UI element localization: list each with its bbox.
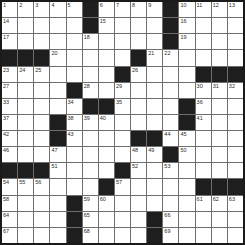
cell-r6c1[interactable] [18,99,33,114]
cell-r6c10[interactable] [163,99,178,114]
cell-r1c12[interactable] [196,18,211,33]
cell-r8c14[interactable] [228,131,243,146]
clue-number: 15 [100,18,106,25]
cell-r14c11[interactable] [179,228,194,243]
cell-r9c5[interactable] [83,147,98,162]
cell-r12c9[interactable] [147,196,162,211]
cell-r13c12[interactable] [196,212,211,227]
clue-number: 55 [19,179,25,186]
black-cell-r8c9 [147,131,162,146]
cell-r8c5[interactable] [83,131,98,146]
clue-number: 4 [51,2,54,9]
cell-r0c0[interactable]: 1 [2,2,17,17]
clue-number: 39 [84,115,90,122]
cell-r3c12[interactable] [196,50,211,65]
cell-r3c10[interactable]: 22 [163,50,178,65]
cell-r5c3[interactable] [50,83,65,98]
cell-r8c12[interactable] [196,131,211,146]
clue-number: 14 [3,18,9,25]
cell-r1c13[interactable] [212,18,227,33]
clue-number: 1 [3,2,6,9]
cell-r0c3[interactable]: 4 [50,2,65,17]
cell-r3c7[interactable] [115,50,130,65]
cell-r7c13[interactable] [212,115,227,130]
cell-r6c9[interactable] [147,99,162,114]
black-cell-r4c14 [228,67,243,82]
black-cell-r8c3 [50,131,65,146]
cell-r8c7[interactable] [115,131,130,146]
cell-r2c3[interactable] [50,34,65,49]
clue-number: 12 [213,2,219,9]
cell-r14c12[interactable] [196,228,211,243]
cell-r5c13[interactable]: 31 [212,83,227,98]
cell-r8c6[interactable] [99,131,114,146]
clue-number: 11 [197,2,203,9]
cell-r4c2[interactable]: 25 [34,67,49,82]
cell-r10c5[interactable] [83,163,98,178]
black-cell-r4c7 [115,67,130,82]
black-cell-r11c6 [99,179,114,194]
cell-r10c13[interactable] [212,163,227,178]
cell-r12c13[interactable]: 62 [212,196,227,211]
clue-number: 26 [132,67,138,74]
clue-number: 31 [213,83,219,90]
black-cell-r1c10 [163,18,178,33]
cell-r9c1[interactable] [18,147,33,162]
clue-number: 25 [35,67,41,74]
cell-r8c10[interactable]: 44 [163,131,178,146]
clue-number: 8 [132,2,135,9]
cell-r2c2[interactable] [34,34,49,49]
cell-r13c8[interactable] [131,212,146,227]
cell-r3c6[interactable] [99,50,114,65]
cell-r9c11[interactable]: 50 [179,147,194,162]
cell-r5c7[interactable]: 29 [115,83,130,98]
cell-r9c3[interactable]: 47 [50,147,65,162]
cell-r1c6[interactable]: 15 [99,18,114,33]
cell-r14c8[interactable] [131,228,146,243]
black-cell-r10c2 [34,163,49,178]
cell-r0c1[interactable]: 2 [18,2,33,17]
cell-r9c4[interactable] [67,147,82,162]
clue-number: 42 [3,131,9,138]
cell-r7c12[interactable]: 41 [196,115,211,130]
cell-r11c2[interactable]: 56 [34,179,49,194]
clue-number: 61 [197,196,203,203]
clue-number: 19 [180,34,186,41]
clue-number: 3 [35,2,38,9]
cell-r2c11[interactable]: 19 [179,34,194,49]
cell-r12c5[interactable]: 59 [83,196,98,211]
cell-r11c4[interactable] [67,179,82,194]
cell-r8c2[interactable] [34,131,49,146]
cell-r4c8[interactable]: 26 [131,67,146,82]
clue-number: 60 [100,196,106,203]
cell-r7c5[interactable]: 39 [83,115,98,130]
cell-r12c11[interactable] [179,196,194,211]
cell-r6c12[interactable]: 36 [196,99,211,114]
cell-r12c10[interactable] [163,196,178,211]
clue-number: 56 [35,179,41,186]
clue-number: 41 [197,115,203,122]
black-cell-r8c8 [131,131,146,146]
black-cell-r3c1 [18,50,33,65]
cell-r5c11[interactable] [179,83,194,98]
cell-r6c4[interactable]: 34 [67,99,82,114]
cell-r5c1[interactable] [18,83,33,98]
clue-number: 7 [116,2,119,9]
cell-r2c4[interactable] [67,34,82,49]
black-cell-r11c13 [212,179,227,194]
cell-r9c13[interactable] [212,147,227,162]
cell-r5c8[interactable] [131,83,146,98]
clue-number: 13 [229,2,235,9]
cell-r2c6[interactable] [99,34,114,49]
cell-r8c1[interactable] [18,131,33,146]
clue-number: 9 [148,2,151,9]
cell-r0c13[interactable]: 12 [212,2,227,17]
cell-r3c4[interactable] [67,50,82,65]
cell-r11c3[interactable] [50,179,65,194]
cell-r14c5[interactable]: 68 [83,228,98,243]
clue-number: 51 [51,163,57,170]
cell-r12c1[interactable] [18,196,33,211]
cell-r5c0[interactable]: 27 [2,83,17,98]
cell-r12c7[interactable] [115,196,130,211]
cell-r13c3[interactable] [50,212,65,227]
black-cell-r12c4 [67,196,82,211]
cell-r7c4[interactable]: 38 [67,115,82,130]
cell-r7c14[interactable] [228,115,243,130]
cell-r14c3[interactable] [50,228,65,243]
black-cell-r0c10 [163,2,178,17]
cell-r4c6[interactable] [99,67,114,82]
cell-r12c6[interactable]: 60 [99,196,114,211]
cell-r12c14[interactable]: 63 [228,196,243,211]
clue-number: 44 [164,131,170,138]
cell-r12c12[interactable]: 61 [196,196,211,211]
cell-r11c10[interactable] [163,179,178,194]
clue-number: 50 [180,147,186,154]
black-cell-r0c5 [83,2,98,17]
cell-r1c0[interactable]: 14 [2,18,17,33]
cell-r11c7[interactable]: 57 [115,179,130,194]
cell-r14c6[interactable] [99,228,114,243]
clue-number: 6 [100,2,103,9]
cell-r5c10[interactable] [163,83,178,98]
cell-r3c5[interactable] [83,50,98,65]
cell-r1c8[interactable] [131,18,146,33]
cell-r14c10[interactable]: 69 [163,228,178,243]
cell-r9c12[interactable] [196,147,211,162]
clue-number: 36 [197,99,203,106]
black-cell-r11c12 [196,179,211,194]
cell-r7c6[interactable]: 40 [99,115,114,130]
cell-r8c0[interactable]: 42 [2,131,17,146]
cell-r8c13[interactable] [212,131,227,146]
cell-r7c8[interactable] [131,115,146,130]
clue-number: 35 [116,99,122,106]
cell-r13c2[interactable] [34,212,49,227]
cell-r4c4[interactable] [67,67,82,82]
clue-number: 63 [229,196,235,203]
cell-r2c9[interactable] [147,34,162,49]
black-cell-r2c10 [163,34,178,49]
cell-r6c7[interactable]: 35 [115,99,130,114]
cell-r1c14[interactable] [228,18,243,33]
cell-r10c3[interactable]: 51 [50,163,65,178]
cell-r6c3[interactable] [50,99,65,114]
cell-r14c13[interactable] [212,228,227,243]
cell-r4c1[interactable]: 24 [18,67,33,82]
clue-number: 43 [68,131,74,138]
black-cell-r7c11 [179,115,194,130]
cell-r6c0[interactable]: 33 [2,99,17,114]
cell-r11c11[interactable] [179,179,194,194]
cell-r9c0[interactable]: 46 [2,147,17,162]
clue-number: 54 [3,179,9,186]
clue-number: 33 [3,99,9,106]
cell-r2c1[interactable] [18,34,33,49]
clue-number: 16 [180,18,186,25]
clue-number: 52 [132,163,138,170]
black-cell-r10c1 [18,163,33,178]
clue-number: 69 [164,228,170,235]
clue-number: 34 [68,99,74,106]
clue-number: 21 [148,50,154,57]
cell-r5c9[interactable] [147,83,162,98]
black-cell-r13c9 [147,212,162,227]
cell-r2c0[interactable]: 17 [2,34,17,49]
cell-r0c14[interactable]: 13 [228,2,243,17]
cell-r7c1[interactable] [18,115,33,130]
cell-r12c3[interactable] [50,196,65,211]
clue-number: 2 [19,2,22,9]
cell-r9c7[interactable] [115,147,130,162]
clue-number: 62 [213,196,219,203]
crossword-grid: 1234567891011121314151617181920212223242… [0,0,245,245]
black-cell-r13c4 [67,212,82,227]
cell-r2c14[interactable] [228,34,243,49]
cell-r13c11[interactable] [179,212,194,227]
cell-r6c13[interactable] [212,99,227,114]
cell-r14c2[interactable] [34,228,49,243]
black-cell-r6c6 [99,99,114,114]
cell-r10c14[interactable] [228,163,243,178]
cell-r9c9[interactable]: 49 [147,147,162,162]
cell-r3c11[interactable] [179,50,194,65]
clue-number: 59 [84,196,90,203]
cell-r5c14[interactable]: 32 [228,83,243,98]
cell-r2c8[interactable] [131,34,146,49]
clue-number: 64 [3,212,9,219]
black-cell-r10c7 [115,163,130,178]
cell-r14c7[interactable] [115,228,130,243]
cell-r3c3[interactable]: 20 [50,50,65,65]
cell-r7c10[interactable] [163,115,178,130]
cell-r13c14[interactable] [228,212,243,227]
cell-r5c5[interactable]: 28 [83,83,98,98]
cell-r13c0[interactable]: 64 [2,212,17,227]
clue-number: 5 [68,2,71,9]
cell-r11c9[interactable] [147,179,162,194]
black-cell-r14c4 [67,228,82,243]
clue-number: 32 [229,83,235,90]
cell-r10c12[interactable] [196,163,211,178]
cell-r0c7[interactable]: 7 [115,2,130,17]
black-cell-r11c14 [228,179,243,194]
clue-number: 40 [100,115,106,122]
clue-number: 65 [84,212,90,219]
clue-number: 68 [84,228,90,235]
black-cell-r7c3 [50,115,65,130]
cell-r12c0[interactable]: 58 [2,196,17,211]
black-cell-r4c13 [212,67,227,82]
cell-r0c4[interactable]: 5 [67,2,82,17]
clue-number: 46 [3,147,9,154]
cell-r5c12[interactable]: 30 [196,83,211,98]
clue-number: 38 [68,115,74,122]
clue-number: 67 [3,228,9,235]
cell-r6c2[interactable] [34,99,49,114]
black-cell-r6c11 [179,99,194,114]
cell-r10c6[interactable] [99,163,114,178]
cell-r4c10[interactable] [163,67,178,82]
cell-r3c14[interactable] [228,50,243,65]
cell-r12c2[interactable] [34,196,49,211]
cell-r1c9[interactable] [147,18,162,33]
clue-number: 20 [51,50,57,57]
cell-r9c8[interactable]: 48 [131,147,146,162]
cell-r0c9[interactable]: 9 [147,2,162,17]
cell-r14c1[interactable] [18,228,33,243]
clue-number: 45 [180,131,186,138]
cell-r10c8[interactable]: 52 [131,163,146,178]
cell-r1c2[interactable] [34,18,49,33]
black-cell-r14c9 [147,228,162,243]
clue-number: 48 [132,147,138,154]
cell-r3c9[interactable]: 21 [147,50,162,65]
cell-r14c14[interactable] [228,228,243,243]
clue-number: 37 [3,115,9,122]
clue-number: 49 [148,147,154,154]
cell-r6c8[interactable] [131,99,146,114]
cell-r0c11[interactable]: 10 [179,2,194,17]
cell-r13c5[interactable]: 65 [83,212,98,227]
cell-r1c11[interactable]: 16 [179,18,194,33]
cell-r11c5[interactable] [83,179,98,194]
cell-r7c0[interactable]: 37 [2,115,17,130]
clue-number: 24 [19,67,25,74]
cell-r1c3[interactable] [50,18,65,33]
cell-r10c10[interactable]: 53 [163,163,178,178]
cell-r2c13[interactable] [212,34,227,49]
clue-number: 23 [3,67,9,74]
clue-number: 53 [164,163,170,170]
cell-r9c2[interactable] [34,147,49,162]
cell-r5c2[interactable] [34,83,49,98]
cell-r4c5[interactable] [83,67,98,82]
cell-r4c3[interactable] [50,67,65,82]
cell-r0c2[interactable]: 3 [34,2,49,17]
cell-r12c8[interactable] [131,196,146,211]
cell-r4c0[interactable]: 23 [2,67,17,82]
cell-r10c11[interactable] [179,163,194,178]
cell-r4c9[interactable] [147,67,162,82]
cell-r7c9[interactable] [147,115,162,130]
cell-r9c6[interactable] [99,147,114,162]
cell-r0c6[interactable]: 6 [99,2,114,17]
cell-r13c10[interactable]: 66 [163,212,178,227]
black-cell-r5c4 [67,83,82,98]
black-cell-r4c12 [196,67,211,82]
cell-r2c12[interactable] [196,34,211,49]
cell-r3c13[interactable] [212,50,227,65]
cell-r9c14[interactable] [228,147,243,162]
cell-r7c7[interactable] [115,115,130,130]
cell-r8c11[interactable]: 45 [179,131,194,146]
clue-number: 29 [116,83,122,90]
clue-number: 17 [3,34,9,41]
clue-number: 27 [3,83,9,90]
cell-r0c12[interactable]: 11 [196,2,211,17]
clue-number: 28 [84,83,90,90]
clue-number: 47 [51,147,57,154]
cell-r11c0[interactable]: 54 [2,179,17,194]
clue-number: 30 [197,83,203,90]
clue-number: 22 [164,50,170,57]
cell-r10c9[interactable] [147,163,162,178]
cell-r2c7[interactable] [115,34,130,49]
cell-r11c1[interactable]: 55 [18,179,33,194]
cell-r8c4[interactable]: 43 [67,131,82,146]
cell-r4c11[interactable] [179,67,194,82]
cell-r13c6[interactable] [99,212,114,227]
cell-r1c7[interactable] [115,18,130,33]
clue-number: 18 [84,34,90,41]
black-cell-r1c5 [83,18,98,33]
clue-number: 10 [180,2,186,9]
cell-r2c5[interactable]: 18 [83,34,98,49]
black-cell-r3c2 [34,50,49,65]
cell-r1c1[interactable] [18,18,33,33]
cell-r13c13[interactable] [212,212,227,227]
black-cell-r3c8 [131,50,146,65]
black-cell-r9c10 [163,147,178,162]
black-cell-r10c0 [2,163,17,178]
cell-r13c1[interactable] [18,212,33,227]
black-cell-r6c5 [83,99,98,114]
cell-r11c8[interactable] [131,179,146,194]
clue-number: 58 [3,196,9,203]
cell-r0c8[interactable]: 8 [131,2,146,17]
clue-number: 66 [164,212,170,219]
cell-r10c4[interactable] [67,163,82,178]
cell-r1c4[interactable] [67,18,82,33]
cell-r5c6[interactable] [99,83,114,98]
cell-r14c0[interactable]: 67 [2,228,17,243]
black-cell-r3c0 [2,50,17,65]
cell-r6c14[interactable] [228,99,243,114]
cell-r13c7[interactable] [115,212,130,227]
clue-number: 57 [116,179,122,186]
cell-r7c2[interactable] [34,115,49,130]
